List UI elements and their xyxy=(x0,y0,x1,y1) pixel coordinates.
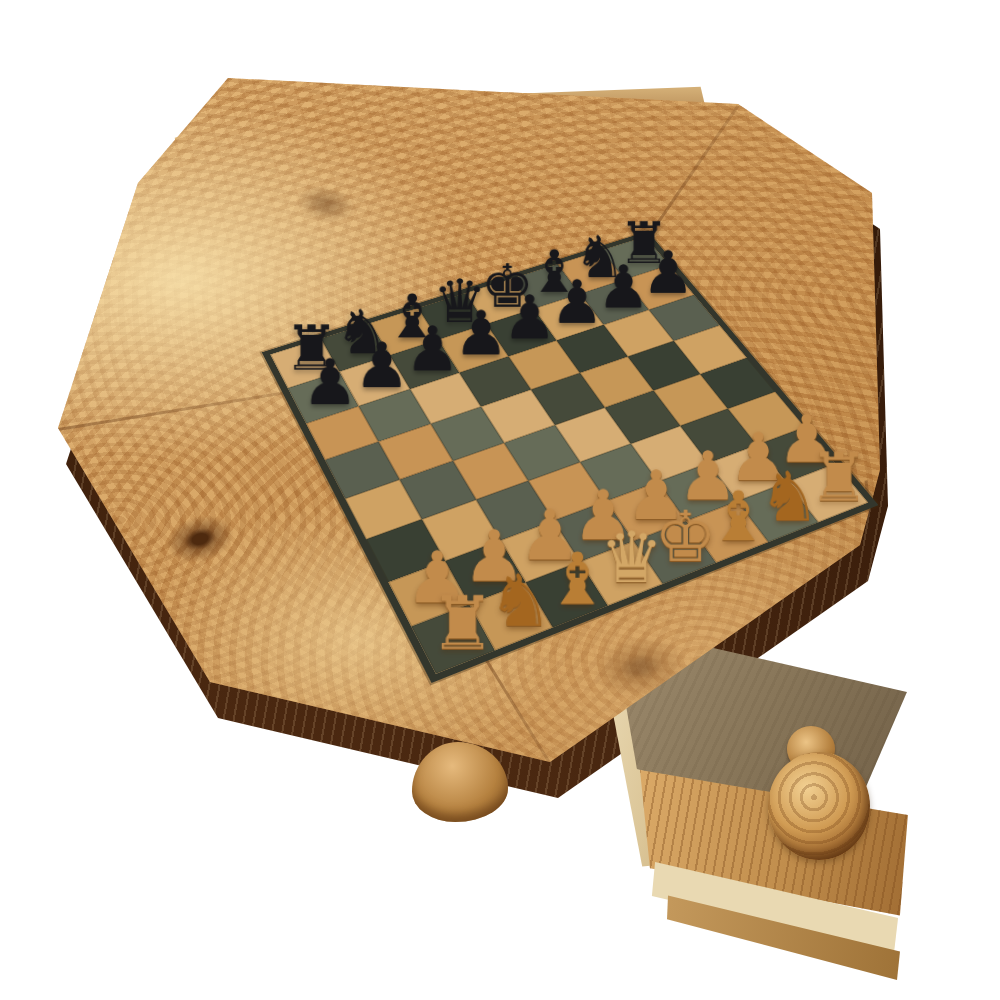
frame-miter-joint xyxy=(485,659,551,764)
square-a1[interactable]: ♜ xyxy=(411,604,494,673)
black-pawn[interactable]: ♟ xyxy=(550,272,602,332)
drawer-knob[interactable] xyxy=(768,752,870,860)
white-rook[interactable]: ♜ xyxy=(429,587,493,660)
chessboard-perspective-wrap: ♜♞♝♛♚♝♞♜♟♟♟♟♟♟♟♟♟♟♟♟♟♟♟♟♜♞♝♛♚♝♞♜ xyxy=(325,195,785,655)
black-pawn[interactable]: ♟ xyxy=(502,287,555,348)
white-knight[interactable]: ♞ xyxy=(488,565,551,638)
black-pawn[interactable]: ♟ xyxy=(353,334,408,397)
white-queen[interactable]: ♛ xyxy=(600,522,662,593)
black-pawn[interactable]: ♟ xyxy=(302,350,357,413)
square-h5[interactable] xyxy=(674,325,747,374)
frame-miter-joint xyxy=(58,388,306,431)
black-pawn[interactable]: ♟ xyxy=(404,318,458,380)
square-d5[interactable] xyxy=(481,390,555,443)
black-pawn[interactable]: ♟ xyxy=(454,302,507,363)
white-bishop[interactable]: ♝ xyxy=(545,543,607,615)
chess-table-photo: ♜♞♝♛♚♝♞♜♟♟♟♟♟♟♟♟♟♟♟♟♟♟♟♟♜♞♝♛♚♝♞♜ xyxy=(0,0,1000,1000)
wood-knot xyxy=(160,508,240,571)
black-pawn[interactable]: ♟ xyxy=(596,257,648,316)
white-king[interactable]: ♚ xyxy=(654,502,715,572)
